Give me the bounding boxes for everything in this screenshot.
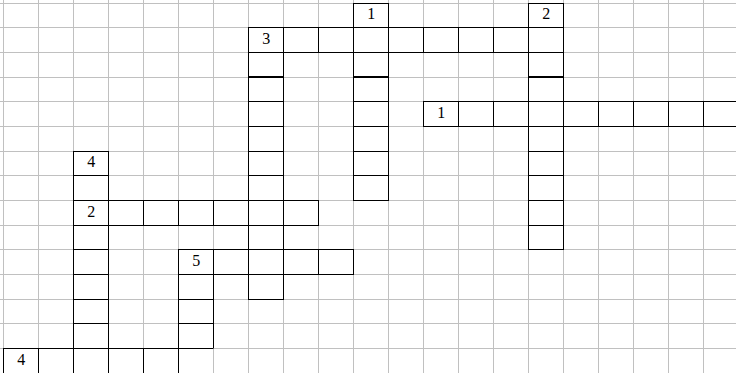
crossword-cell[interactable] (633, 101, 669, 127)
gridline-vertical (458, 0, 459, 373)
crossword-cell[interactable] (283, 249, 319, 275)
crossword-cell-numbered[interactable]: 2 (528, 3, 564, 29)
crossword-cell[interactable] (73, 299, 109, 325)
crossword-cell[interactable] (143, 200, 179, 226)
clue-number: 3 (262, 31, 270, 47)
crossword-cell[interactable] (423, 27, 459, 53)
crossword-cell[interactable] (528, 52, 564, 78)
crossword-cell[interactable] (248, 200, 284, 226)
crossword-cell[interactable] (248, 274, 284, 300)
crossword-cell-numbered[interactable]: 4 (73, 151, 109, 177)
crossword-cell[interactable] (213, 249, 249, 275)
crossword-cell[interactable] (528, 27, 564, 53)
crossword-cell[interactable] (703, 101, 736, 127)
clue-number: 1 (437, 105, 445, 121)
crossword-cell[interactable] (213, 200, 249, 226)
crossword-cell[interactable] (668, 101, 704, 127)
crossword-cell[interactable] (353, 101, 389, 127)
crossword-cell[interactable] (248, 52, 284, 78)
gridline-horizontal (0, 323, 736, 324)
crossword-cell[interactable] (528, 175, 564, 201)
crossword-cell[interactable] (73, 175, 109, 201)
gridline-vertical (143, 0, 144, 373)
clue-number: 1 (367, 6, 375, 22)
crossword-cell[interactable] (143, 348, 179, 373)
crossword-cell[interactable] (353, 175, 389, 201)
gridline-vertical (423, 0, 424, 373)
crossword-cell-numbered[interactable]: 5 (178, 249, 214, 275)
crossword-cell[interactable] (283, 27, 319, 53)
crossword-cell[interactable] (73, 249, 109, 275)
crossword-cell[interactable] (528, 101, 564, 127)
crossword-cell-numbered[interactable]: 1 (423, 101, 459, 127)
crossword-cell[interactable] (598, 101, 634, 127)
crossword-cell-numbered[interactable]: 2 (73, 200, 109, 226)
crossword-cell[interactable] (73, 348, 109, 373)
crossword-cell[interactable] (353, 52, 389, 78)
crossword-cell[interactable] (528, 225, 564, 251)
crossword-cell[interactable] (353, 77, 389, 103)
crossword-cell[interactable] (178, 323, 214, 349)
crossword-cell[interactable] (248, 101, 284, 127)
gridline-vertical (703, 0, 704, 373)
gridline-vertical (493, 0, 494, 373)
crossword-cell-numbered[interactable]: 3 (248, 27, 284, 53)
crossword-cell[interactable] (353, 126, 389, 152)
crossword-cell[interactable] (353, 151, 389, 177)
crossword-cell[interactable] (493, 27, 529, 53)
clue-number: 4 (87, 154, 95, 170)
crossword-cell[interactable] (178, 299, 214, 325)
crossword-cell[interactable] (73, 225, 109, 251)
crossword-cell-numbered[interactable]: 1 (353, 3, 389, 29)
gridline-vertical (3, 0, 4, 373)
crossword-cell[interactable] (318, 27, 354, 53)
crossword-cell[interactable] (458, 27, 494, 53)
crossword-cell[interactable] (458, 101, 494, 127)
clue-number: 2 (542, 6, 550, 22)
crossword-cell[interactable] (108, 348, 144, 373)
crossword-cell[interactable] (493, 101, 529, 127)
crossword-cell[interactable] (178, 348, 214, 373)
crossword-cell[interactable] (283, 200, 319, 226)
crossword-cell[interactable] (248, 126, 284, 152)
crossword-cell[interactable] (108, 200, 144, 226)
crossword-cell[interactable] (528, 151, 564, 177)
crossword-cell[interactable] (528, 200, 564, 226)
crossword-cell[interactable] (178, 200, 214, 226)
crossword-cell[interactable] (563, 101, 599, 127)
gridline-horizontal (0, 299, 736, 300)
crossword-cell[interactable] (73, 323, 109, 349)
crossword-cell[interactable] (248, 225, 284, 251)
gridline-vertical (318, 0, 319, 373)
crossword-cell[interactable] (353, 27, 389, 53)
gridline-vertical (38, 0, 39, 373)
crossword-cell[interactable] (38, 348, 74, 373)
crossword-cell[interactable] (248, 249, 284, 275)
clue-number: 2 (87, 204, 95, 220)
crossword-cell[interactable] (178, 274, 214, 300)
crossword-cell[interactable] (388, 27, 424, 53)
crossword-cell[interactable] (73, 274, 109, 300)
gridline-horizontal (0, 249, 736, 250)
crossword-worksheet: 12314254 (0, 0, 736, 373)
gridline-vertical (598, 0, 599, 373)
crossword-cell[interactable] (528, 126, 564, 152)
crossword-cell[interactable] (248, 175, 284, 201)
crossword-cell[interactable] (318, 249, 354, 275)
crossword-cell[interactable] (248, 77, 284, 103)
clue-number: 5 (192, 253, 200, 269)
gridline-vertical (668, 0, 669, 373)
crossword-cell-numbered[interactable]: 4 (3, 348, 39, 373)
crossword-cell[interactable] (528, 77, 564, 103)
gridline-vertical (633, 0, 634, 373)
gridline-horizontal (0, 274, 736, 275)
clue-number: 4 (17, 352, 25, 368)
crossword-cell[interactable] (248, 151, 284, 177)
